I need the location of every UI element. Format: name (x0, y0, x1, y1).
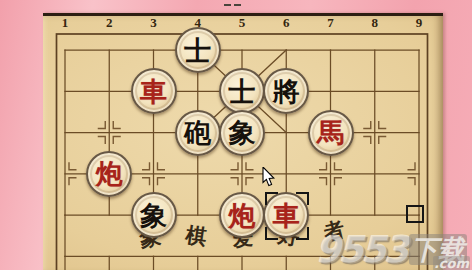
selection-bracket-corner (296, 192, 309, 205)
selection-bracket-corner (265, 192, 278, 205)
piece-red-horse-g8[interactable]: 馬 (308, 110, 354, 156)
piece-black-advisor-e9[interactable]: 士 (219, 68, 265, 114)
piece-black-elephant-e8[interactable]: 象 (219, 110, 265, 156)
river-char: 棋 (184, 221, 209, 252)
column-label-3: 3 (150, 15, 157, 31)
selection-bracket-corner (265, 227, 278, 240)
piece-black-elephant-c6[interactable]: 象 (131, 192, 177, 238)
piece-red-chariot-c9[interactable]: 車 (131, 68, 177, 114)
column-label-7: 7 (327, 15, 334, 31)
app-window: 123456789 象棋爱好者 士車士將砲象馬炮象炮車 9553下载 .com (0, 0, 472, 270)
column-label-5: 5 (239, 15, 246, 31)
column-label-9: 9 (416, 15, 423, 31)
selection-bracket-corner (296, 227, 309, 240)
titlebar-artifact-dash (234, 4, 241, 6)
piece-black-cannon-d8[interactable]: 砲 (175, 110, 221, 156)
piece-black-advisor-d10[interactable]: 士 (175, 27, 221, 73)
titlebar-artifact-dash (224, 4, 231, 6)
column-label-8: 8 (372, 15, 379, 31)
piece-red-cannon-e6[interactable]: 炮 (219, 192, 265, 238)
origin-square-marker (406, 205, 424, 223)
column-label-1: 1 (62, 15, 69, 31)
piece-red-cannon-b7[interactable]: 炮 (86, 151, 132, 197)
piece-black-general-f9[interactable]: 將 (263, 68, 309, 114)
column-label-6: 6 (283, 15, 290, 31)
column-label-2: 2 (106, 15, 113, 31)
